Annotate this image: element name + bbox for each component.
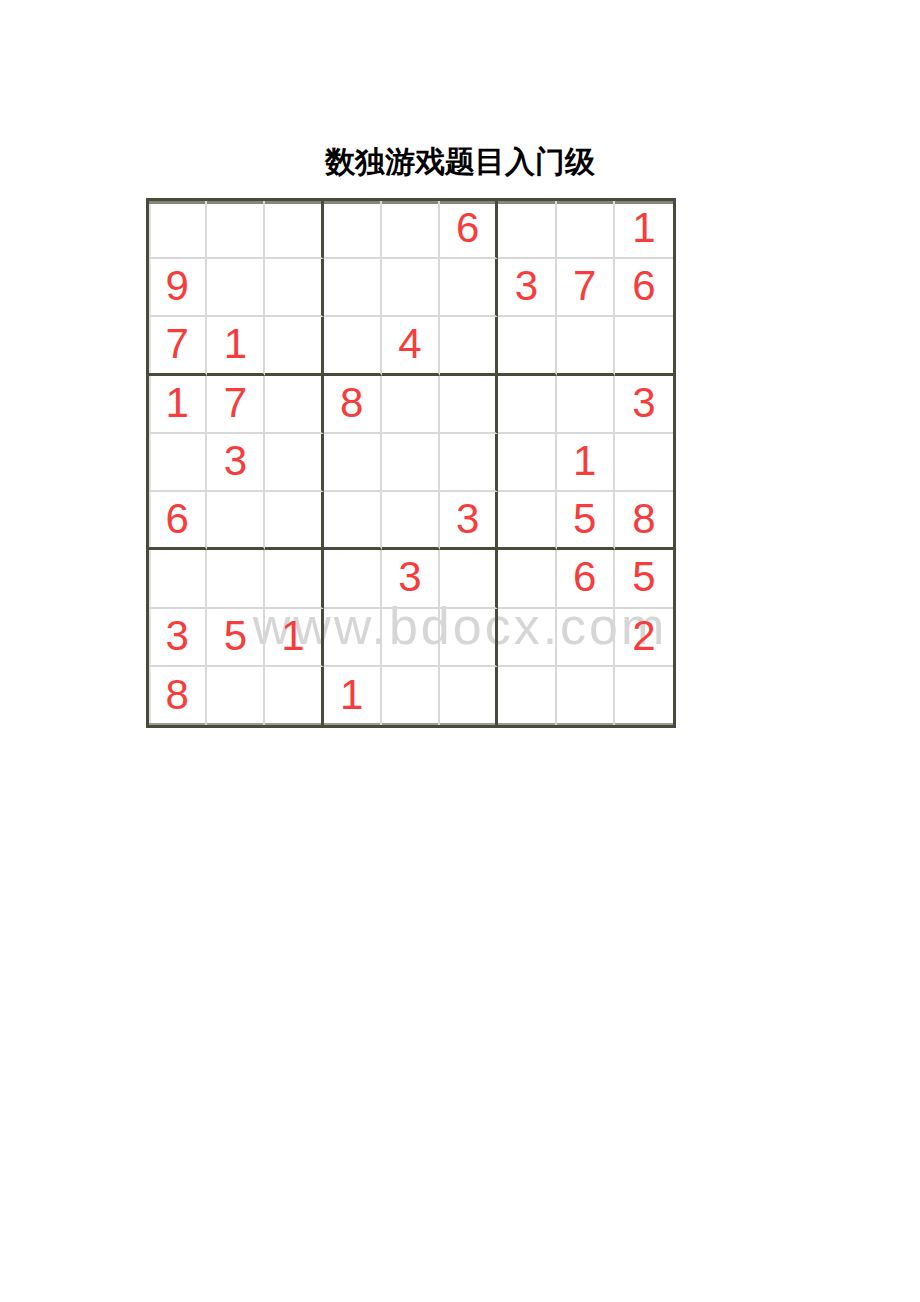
cell-r2c3 [265, 259, 323, 317]
cell-r7c5: 3 [382, 550, 440, 608]
cell-r3c2: 1 [207, 317, 265, 375]
cell-r2c8: 7 [557, 259, 615, 317]
cell-r3c7 [498, 317, 556, 375]
cell-r5c8: 1 [557, 434, 615, 492]
cell-r4c4: 8 [324, 376, 382, 434]
cell-r2c2 [207, 259, 265, 317]
cell-r5c9 [615, 434, 673, 492]
cell-r1c5 [382, 201, 440, 259]
cell-r1c1 [149, 201, 207, 259]
cell-r9c2 [207, 667, 265, 725]
cell-r8c1: 3 [149, 609, 207, 667]
cell-r3c1: 7 [149, 317, 207, 375]
cell-r5c5 [382, 434, 440, 492]
cell-r9c1: 8 [149, 667, 207, 725]
cell-r7c8: 6 [557, 550, 615, 608]
cell-r4c2: 7 [207, 376, 265, 434]
page-title: 数独游戏题目入门级 [0, 146, 920, 178]
cell-r6c7 [498, 492, 556, 550]
cell-r3c5: 4 [382, 317, 440, 375]
cell-r5c7 [498, 434, 556, 492]
cell-r8c7 [498, 609, 556, 667]
cell-r5c3 [265, 434, 323, 492]
cell-r1c9: 1 [615, 201, 673, 259]
cell-r7c4 [324, 550, 382, 608]
cell-r4c6 [440, 376, 498, 434]
cell-r2c7: 3 [498, 259, 556, 317]
cell-r2c6 [440, 259, 498, 317]
cell-r1c4 [324, 201, 382, 259]
cell-r4c5 [382, 376, 440, 434]
cell-r3c8 [557, 317, 615, 375]
cell-r4c7 [498, 376, 556, 434]
cell-r6c4 [324, 492, 382, 550]
cell-r5c2: 3 [207, 434, 265, 492]
cell-r7c2 [207, 550, 265, 608]
cell-r1c2 [207, 201, 265, 259]
sudoku-board: 6193767141783316358365351281 [146, 198, 676, 728]
cell-r5c6 [440, 434, 498, 492]
cell-r4c8 [557, 376, 615, 434]
cell-r1c7 [498, 201, 556, 259]
cell-r1c3 [265, 201, 323, 259]
document-page: { "page": { "title": "数独游戏题目入门级", "water… [0, 0, 920, 1302]
cell-r4c9: 3 [615, 376, 673, 434]
cell-r3c4 [324, 317, 382, 375]
cell-r6c3 [265, 492, 323, 550]
cell-r2c9: 6 [615, 259, 673, 317]
cell-r7c6 [440, 550, 498, 608]
cell-r1c8 [557, 201, 615, 259]
cell-r2c4 [324, 259, 382, 317]
cell-r2c5 [382, 259, 440, 317]
cell-r7c7 [498, 550, 556, 608]
cell-r9c8 [557, 667, 615, 725]
cell-r9c5 [382, 667, 440, 725]
cell-r8c3: 1 [265, 609, 323, 667]
cell-r9c9 [615, 667, 673, 725]
cell-r6c9: 8 [615, 492, 673, 550]
cell-r8c9: 2 [615, 609, 673, 667]
cell-r3c3 [265, 317, 323, 375]
cell-r6c2 [207, 492, 265, 550]
cell-r7c1 [149, 550, 207, 608]
cell-r7c9: 5 [615, 550, 673, 608]
cell-r6c8: 5 [557, 492, 615, 550]
cell-r9c6 [440, 667, 498, 725]
cell-r8c5 [382, 609, 440, 667]
cell-r1c6: 6 [440, 201, 498, 259]
cell-r9c3 [265, 667, 323, 725]
cell-r3c6 [440, 317, 498, 375]
cell-r5c4 [324, 434, 382, 492]
cell-r6c1: 6 [149, 492, 207, 550]
cell-r9c7 [498, 667, 556, 725]
cell-r4c1: 1 [149, 376, 207, 434]
cell-r2c1: 9 [149, 259, 207, 317]
cell-r6c5 [382, 492, 440, 550]
cell-r8c6 [440, 609, 498, 667]
cell-r8c8 [557, 609, 615, 667]
cell-r8c4 [324, 609, 382, 667]
cell-r9c4: 1 [324, 667, 382, 725]
cell-r5c1 [149, 434, 207, 492]
cell-r6c6: 3 [440, 492, 498, 550]
cell-r3c9 [615, 317, 673, 375]
cell-r8c2: 5 [207, 609, 265, 667]
cell-r7c3 [265, 550, 323, 608]
cell-r4c3 [265, 376, 323, 434]
